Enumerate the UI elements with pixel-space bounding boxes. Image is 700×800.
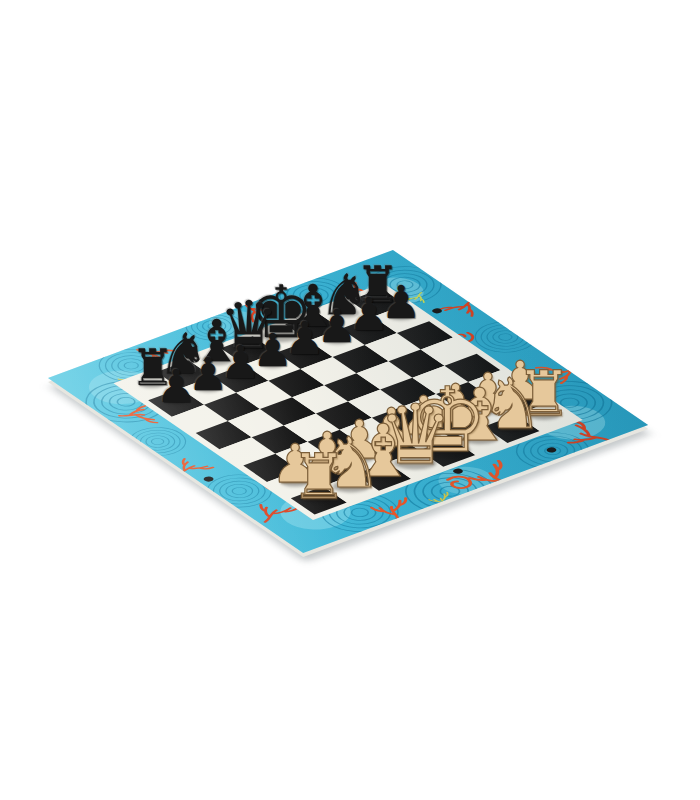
rook-glyph: ♜ xyxy=(291,447,347,509)
white-rook-a1: ♜ xyxy=(291,447,347,509)
pawn-glyph: ♟ xyxy=(156,363,197,409)
product-photo: ♜♞♝♛♚♝♞♜♟♟♟♟♟♟♟♟♟♟♟♟♟♟♟♟♜♞♝♛♚♝♞♜ xyxy=(0,0,700,800)
pieces-layer: ♜♞♝♛♚♝♞♜♟♟♟♟♟♟♟♟♟♟♟♟♟♟♟♟♜♞♝♛♚♝♞♜ xyxy=(0,0,700,800)
black-pawn-a7: ♟ xyxy=(156,363,197,409)
